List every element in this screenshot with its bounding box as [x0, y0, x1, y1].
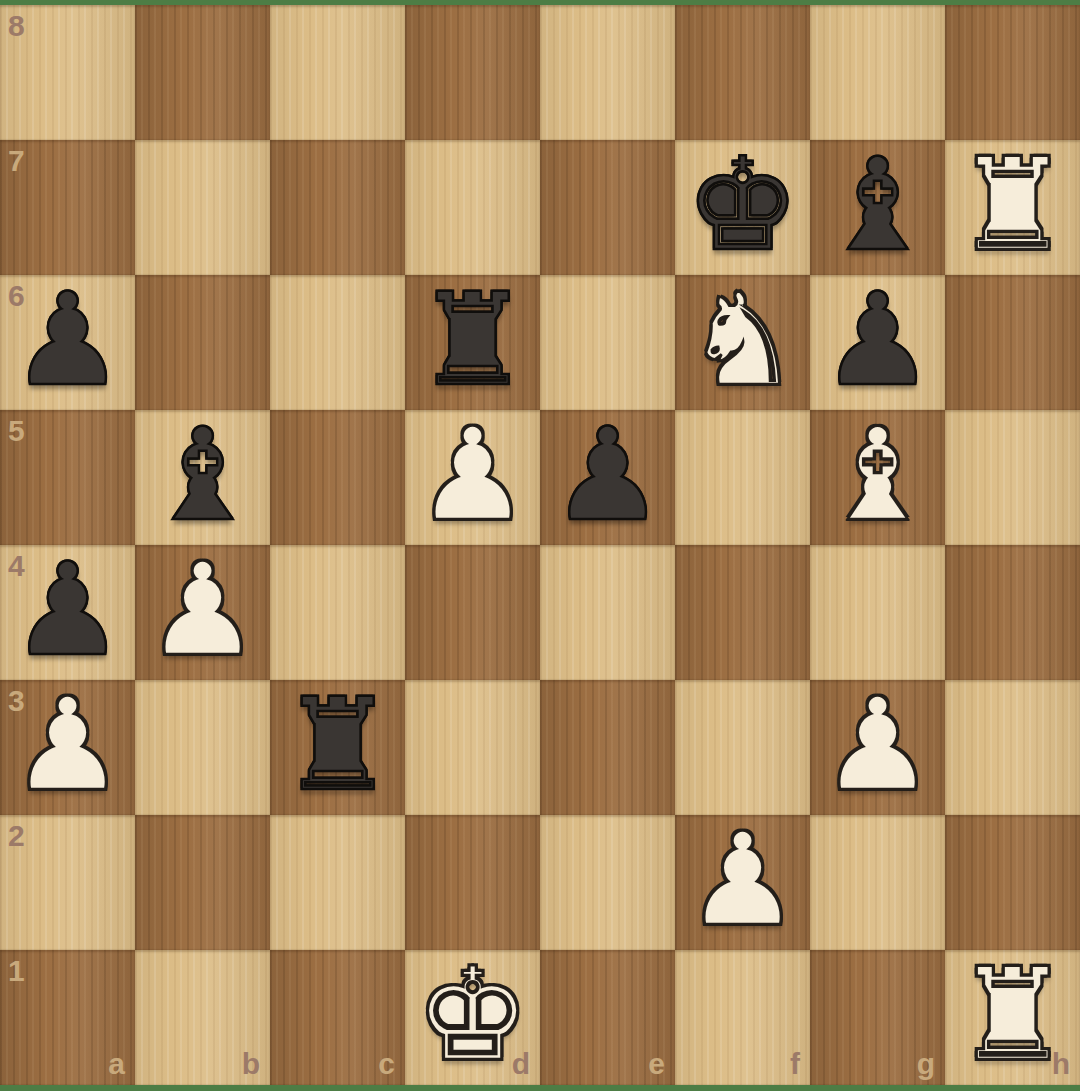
- square-e1[interactable]: e: [540, 950, 675, 1085]
- white-pawn-piece[interactable]: ♟: [685, 812, 800, 947]
- square-g2[interactable]: [810, 815, 945, 950]
- square-g8[interactable]: [810, 5, 945, 140]
- square-f7[interactable]: ♚: [675, 140, 810, 275]
- file-label-c: c: [378, 1049, 395, 1079]
- square-e3[interactable]: [540, 680, 675, 815]
- black-rook-piece[interactable]: ♜: [280, 677, 395, 812]
- square-b4[interactable]: ♟: [135, 545, 270, 680]
- square-e8[interactable]: [540, 5, 675, 140]
- white-king-piece[interactable]: ♚: [415, 947, 530, 1082]
- rank-label-2: 2: [8, 821, 25, 851]
- square-c6[interactable]: [270, 275, 405, 410]
- square-b1[interactable]: b: [135, 950, 270, 1085]
- rank-label-1: 1: [8, 956, 25, 986]
- file-label-g: g: [917, 1049, 935, 1079]
- file-label-f: f: [790, 1049, 800, 1079]
- square-d5[interactable]: ♟: [405, 410, 540, 545]
- square-a4[interactable]: 4♟: [0, 545, 135, 680]
- file-label-e: e: [648, 1049, 665, 1079]
- square-d8[interactable]: [405, 5, 540, 140]
- square-c1[interactable]: c: [270, 950, 405, 1085]
- square-e4[interactable]: [540, 545, 675, 680]
- black-pawn-piece[interactable]: ♟: [10, 272, 125, 407]
- square-c8[interactable]: [270, 5, 405, 140]
- black-bishop-piece[interactable]: ♝: [820, 137, 935, 272]
- square-f2[interactable]: ♟: [675, 815, 810, 950]
- square-a2[interactable]: 2: [0, 815, 135, 950]
- black-pawn-piece[interactable]: ♟: [820, 272, 935, 407]
- square-h1[interactable]: h♜: [945, 950, 1080, 1085]
- square-e7[interactable]: [540, 140, 675, 275]
- square-f4[interactable]: [675, 545, 810, 680]
- square-g3[interactable]: ♟: [810, 680, 945, 815]
- white-rook-piece[interactable]: ♜: [955, 947, 1070, 1082]
- square-d2[interactable]: [405, 815, 540, 950]
- square-d7[interactable]: [405, 140, 540, 275]
- square-g5[interactable]: ♝: [810, 410, 945, 545]
- square-a5[interactable]: 5: [0, 410, 135, 545]
- white-pawn-piece[interactable]: ♟: [145, 542, 260, 677]
- square-f3[interactable]: [675, 680, 810, 815]
- square-c2[interactable]: [270, 815, 405, 950]
- square-f6[interactable]: ♞: [675, 275, 810, 410]
- square-h5[interactable]: [945, 410, 1080, 545]
- white-bishop-piece[interactable]: ♝: [820, 407, 935, 542]
- rank-label-5: 5: [8, 416, 25, 446]
- square-d4[interactable]: [405, 545, 540, 680]
- square-f1[interactable]: f: [675, 950, 810, 1085]
- square-c7[interactable]: [270, 140, 405, 275]
- square-b7[interactable]: [135, 140, 270, 275]
- square-h8[interactable]: [945, 5, 1080, 140]
- black-pawn-piece[interactable]: ♟: [10, 542, 125, 677]
- page: { "game": "chess", "position": { "fen": …: [0, 0, 1080, 1091]
- square-g4[interactable]: [810, 545, 945, 680]
- square-c4[interactable]: [270, 545, 405, 680]
- white-pawn-piece[interactable]: ♟: [10, 677, 125, 812]
- white-pawn-piece[interactable]: ♟: [415, 407, 530, 542]
- square-f5[interactable]: [675, 410, 810, 545]
- square-b5[interactable]: ♝: [135, 410, 270, 545]
- square-h6[interactable]: [945, 275, 1080, 410]
- square-b8[interactable]: [135, 5, 270, 140]
- square-g6[interactable]: ♟: [810, 275, 945, 410]
- square-d1[interactable]: d♚: [405, 950, 540, 1085]
- file-label-a: a: [108, 1049, 125, 1079]
- square-c3[interactable]: ♜: [270, 680, 405, 815]
- square-a1[interactable]: 1a: [0, 950, 135, 1085]
- square-a7[interactable]: 7: [0, 140, 135, 275]
- file-label-b: b: [242, 1049, 260, 1079]
- rank-label-7: 7: [8, 146, 25, 176]
- square-e5[interactable]: ♟: [540, 410, 675, 545]
- chess-board: 87♚♝♜6♟♜♞♟5♝♟♟♝4♟♟3♟♜♟2♟1abcd♚efgh♜: [0, 5, 1080, 1085]
- square-h2[interactable]: [945, 815, 1080, 950]
- square-b3[interactable]: [135, 680, 270, 815]
- black-pawn-piece[interactable]: ♟: [550, 407, 665, 542]
- rank-label-8: 8: [8, 11, 25, 41]
- white-pawn-piece[interactable]: ♟: [820, 677, 935, 812]
- square-a8[interactable]: 8: [0, 5, 135, 140]
- square-h3[interactable]: [945, 680, 1080, 815]
- square-g1[interactable]: g: [810, 950, 945, 1085]
- square-b6[interactable]: [135, 275, 270, 410]
- square-h7[interactable]: ♜: [945, 140, 1080, 275]
- square-e2[interactable]: [540, 815, 675, 950]
- square-b2[interactable]: [135, 815, 270, 950]
- black-rook-piece[interactable]: ♜: [415, 272, 530, 407]
- black-bishop-piece[interactable]: ♝: [145, 407, 260, 542]
- square-d3[interactable]: [405, 680, 540, 815]
- black-king-piece[interactable]: ♚: [685, 137, 800, 272]
- square-e6[interactable]: [540, 275, 675, 410]
- square-c5[interactable]: [270, 410, 405, 545]
- square-a6[interactable]: 6♟: [0, 275, 135, 410]
- square-d6[interactable]: ♜: [405, 275, 540, 410]
- white-knight-piece[interactable]: ♞: [685, 272, 800, 407]
- square-f8[interactable]: [675, 5, 810, 140]
- white-rook-piece[interactable]: ♜: [955, 137, 1070, 272]
- square-h4[interactable]: [945, 545, 1080, 680]
- square-a3[interactable]: 3♟: [0, 680, 135, 815]
- square-g7[interactable]: ♝: [810, 140, 945, 275]
